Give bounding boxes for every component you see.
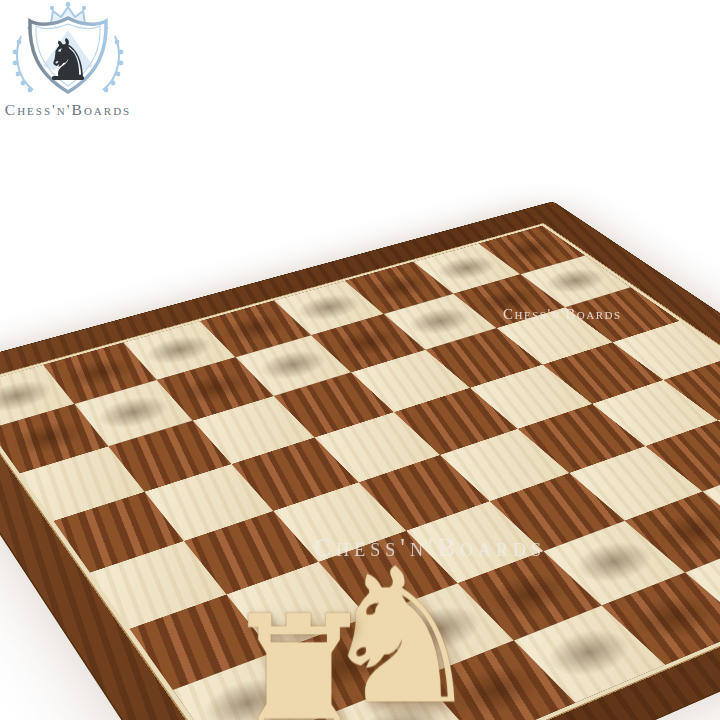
piece-shadow (168, 366, 261, 412)
piece-shadow (288, 630, 405, 701)
piece-shadow (211, 308, 299, 349)
piece-shadow (619, 585, 720, 651)
brand-logo-emblem: ♞ (3, 2, 133, 102)
chess-board: ♜♞♝♛♚♝♞♜♟♟♟♟♟♟♟♟♟♟♟♟♟♟♟♟♜♞♝♛♚♝♞♜ (0, 202, 720, 720)
knight-logo-icon: ♞ (45, 28, 92, 88)
brand-wordmark: Chess'n'Boards (2, 101, 134, 119)
square-d1: ♛ (514, 606, 665, 703)
piece-shadow (531, 618, 648, 688)
piece-shadow (188, 666, 308, 720)
piece-shadow (0, 413, 96, 463)
product-photo-page: ♞ Chess'n'Boards ♜♞♝♛♚♝♞♜♟♟♟♟♟♟♟♟♟♟♟♟♟♟♟… (0, 0, 720, 720)
board-grid: ♜♞♝♛♚♝♞♜♟♟♟♟♟♟♟♟♟♟♟♟♟♟♟♟♜♞♝♛♚♝♞♜ (0, 226, 720, 720)
piece-shadow (247, 343, 338, 387)
piece-black-bishop: ♝ (341, 158, 457, 287)
piece-black-rook: ♜ (479, 132, 584, 249)
brand-logo: ♞ Chess'n'Boards (2, 2, 134, 119)
